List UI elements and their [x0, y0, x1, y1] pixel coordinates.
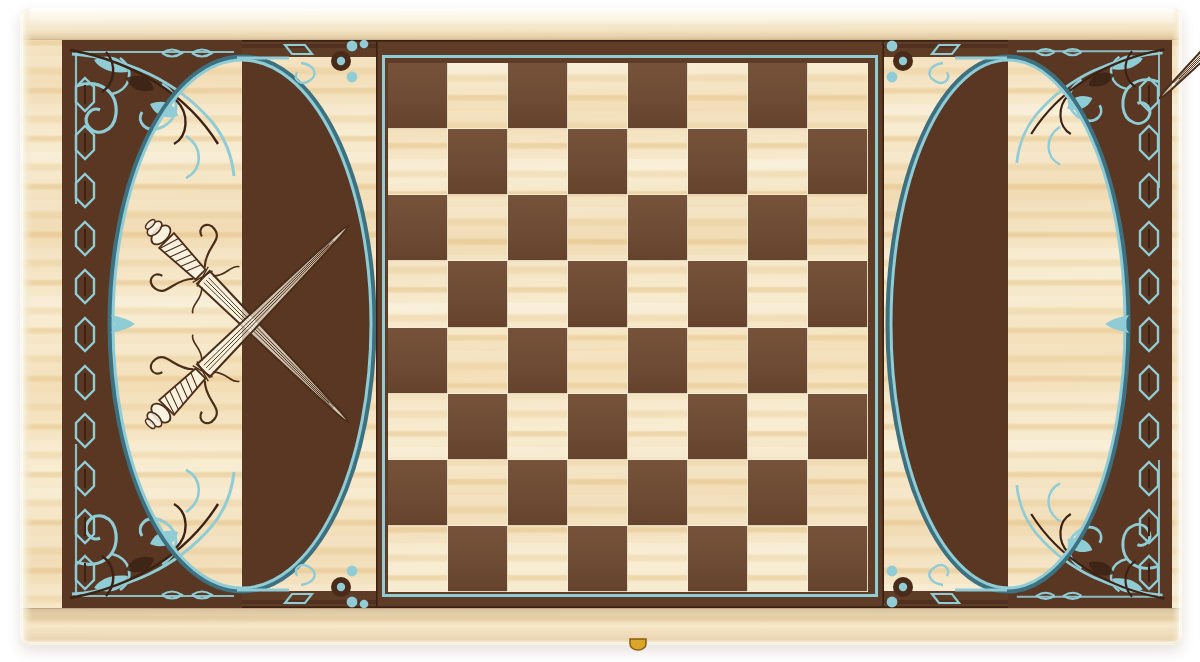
- square-g7[interactable]: [748, 129, 808, 195]
- square-e8[interactable]: [628, 63, 688, 129]
- square-f8[interactable]: [688, 63, 748, 129]
- square-b5[interactable]: [448, 261, 508, 327]
- square-d6[interactable]: [568, 195, 628, 261]
- square-g6[interactable]: [748, 195, 808, 261]
- product-photo: [0, 0, 1200, 662]
- square-h7[interactable]: [808, 129, 868, 195]
- square-e6[interactable]: [628, 195, 688, 261]
- square-d3[interactable]: [568, 394, 628, 460]
- chessboard: [388, 63, 868, 592]
- right-panel-ornament: [876, 0, 1200, 608]
- square-b7[interactable]: [448, 129, 508, 195]
- square-a1[interactable]: [388, 526, 448, 592]
- square-c5[interactable]: [508, 261, 568, 327]
- clasp-latch: [630, 639, 646, 650]
- square-e2[interactable]: [628, 460, 688, 526]
- square-e7[interactable]: [628, 129, 688, 195]
- square-b1[interactable]: [448, 526, 508, 592]
- square-b4[interactable]: [448, 328, 508, 394]
- square-g5[interactable]: [748, 261, 808, 327]
- square-a8[interactable]: [388, 63, 448, 129]
- square-a2[interactable]: [388, 460, 448, 526]
- square-d4[interactable]: [568, 328, 628, 394]
- square-f1[interactable]: [688, 526, 748, 592]
- square-h5[interactable]: [808, 261, 868, 327]
- square-c6[interactable]: [508, 195, 568, 261]
- square-f2[interactable]: [688, 460, 748, 526]
- square-a4[interactable]: [388, 328, 448, 394]
- square-f7[interactable]: [688, 129, 748, 195]
- square-b6[interactable]: [448, 195, 508, 261]
- square-b2[interactable]: [448, 460, 508, 526]
- square-a5[interactable]: [388, 261, 448, 327]
- square-e3[interactable]: [628, 394, 688, 460]
- square-e5[interactable]: [628, 261, 688, 327]
- square-b8[interactable]: [448, 63, 508, 129]
- square-h3[interactable]: [808, 394, 868, 460]
- square-d5[interactable]: [568, 261, 628, 327]
- square-h6[interactable]: [808, 195, 868, 261]
- square-b3[interactable]: [448, 394, 508, 460]
- square-f5[interactable]: [688, 261, 748, 327]
- square-f6[interactable]: [688, 195, 748, 261]
- square-c8[interactable]: [508, 63, 568, 129]
- square-h4[interactable]: [808, 328, 868, 394]
- square-c4[interactable]: [508, 328, 568, 394]
- square-c3[interactable]: [508, 394, 568, 460]
- square-d7[interactable]: [568, 129, 628, 195]
- square-c7[interactable]: [508, 129, 568, 195]
- square-c2[interactable]: [508, 460, 568, 526]
- square-c1[interactable]: [508, 526, 568, 592]
- square-d2[interactable]: [568, 460, 628, 526]
- square-h8[interactable]: [808, 63, 868, 129]
- square-f3[interactable]: [688, 394, 748, 460]
- square-g3[interactable]: [748, 394, 808, 460]
- square-g8[interactable]: [748, 63, 808, 129]
- square-h1[interactable]: [808, 526, 868, 592]
- square-a7[interactable]: [388, 129, 448, 195]
- square-d1[interactable]: [568, 526, 628, 592]
- square-h2[interactable]: [808, 460, 868, 526]
- square-a3[interactable]: [388, 394, 448, 460]
- square-g4[interactable]: [748, 328, 808, 394]
- square-e4[interactable]: [628, 328, 688, 394]
- square-a6[interactable]: [388, 195, 448, 261]
- square-f4[interactable]: [688, 328, 748, 394]
- square-g2[interactable]: [748, 460, 808, 526]
- square-d8[interactable]: [568, 63, 628, 129]
- square-g1[interactable]: [748, 526, 808, 592]
- left-panel-ornament: [62, 40, 378, 609]
- square-e1[interactable]: [628, 526, 688, 592]
